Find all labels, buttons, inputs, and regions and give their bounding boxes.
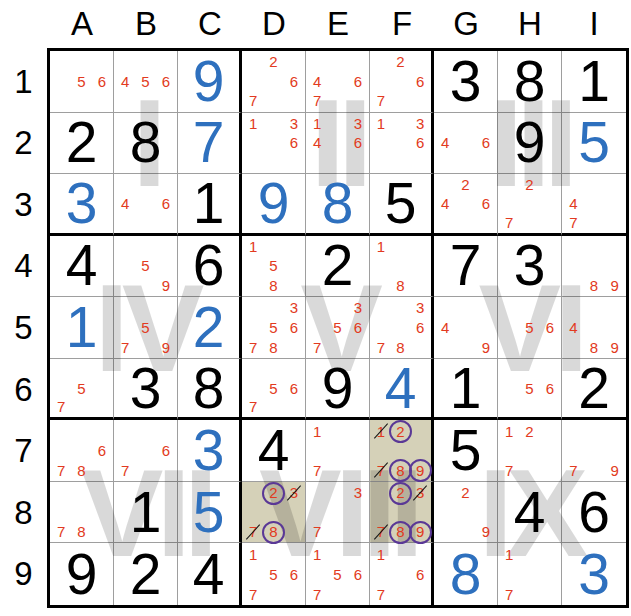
candidate-slot-empty [284,360,304,379]
candidate-E9-7[interactable]: 7 [307,584,327,604]
candidate-D5-8[interactable]: 8 [263,337,283,357]
candidate-B4-9[interactable]: 9 [156,276,176,296]
candidate-slot-empty [540,397,560,416]
candidate-E5-3[interactable]: 3 [348,298,368,318]
candidate-I5-8[interactable]: 8 [584,337,605,357]
candidate-grid-I3: 47 [563,175,625,232]
cell-G7[interactable]: 5 [434,420,498,482]
candidate-slot-empty [455,522,475,542]
cell-E8[interactable]: 37 [306,482,370,544]
candidate-A1-5[interactable]: 5 [71,72,91,92]
cell-D4[interactable]: 158 [242,236,306,298]
candidate-slot-empty [135,91,155,111]
candidate-slot-empty [540,441,560,461]
candidate-F7-8[interactable]: 8 [391,460,411,480]
candidate-slot-empty [115,52,135,72]
candidate-D5-7[interactable]: 7 [243,337,263,357]
cell-value-D7: 4 [242,420,305,481]
cell-F9[interactable]: 167 [370,543,434,605]
candidate-slot-empty [563,337,584,357]
cell-F8[interactable]: 23789 [370,482,434,544]
candidate-grid-H9: 17 [499,544,560,604]
candidate-H5-6[interactable]: 6 [540,318,560,338]
candidate-E7-7[interactable]: 7 [307,460,327,480]
cell-value-I9: 3 [562,543,626,605]
cell-C5[interactable]: 2 [178,297,242,359]
candidate-D2-6[interactable]: 6 [284,133,304,153]
candidate-grid-D2: 136 [243,114,304,173]
candidate-E1-7[interactable]: 7 [307,91,327,111]
cell-A5[interactable]: 1 [50,297,114,359]
candidate-A7-8[interactable]: 8 [71,460,91,480]
cell-H8[interactable]: 4 [498,482,562,544]
candidate-E9-5[interactable]: 5 [327,564,347,584]
cell-G6[interactable]: 1 [434,359,498,421]
candidate-B1-5[interactable]: 5 [135,72,155,92]
candidate-slot-empty [455,318,475,338]
candidate-G3-2[interactable]: 2 [455,175,475,194]
cell-H5[interactable]: 56 [498,297,562,359]
candidate-I3-4[interactable]: 4 [563,194,584,213]
candidate-E9-6[interactable]: 6 [348,564,368,584]
candidate-F8-2[interactable]: 2 [391,483,411,503]
cell-F4[interactable]: 18 [370,236,434,298]
cell-C4[interactable]: 6 [178,236,242,298]
candidate-D8-3[interactable]: 3 [284,483,304,503]
cell-I7[interactable]: 79 [562,420,626,482]
candidate-H7-1[interactable]: 1 [499,421,519,441]
candidate-D1-7[interactable]: 7 [243,91,263,111]
candidate-slot-empty [263,502,283,522]
candidate-E1-6[interactable]: 6 [348,72,368,92]
cell-B9[interactable]: 2 [114,543,178,605]
cell-B3[interactable]: 46 [114,174,178,236]
candidate-H6-6[interactable]: 6 [540,379,560,398]
candidate-grid-H3: 27 [499,175,560,232]
cell-H1[interactable]: 8 [498,51,562,113]
candidate-slot-empty [455,153,475,173]
cell-value-B6: 3 [114,359,177,418]
candidate-slot-empty [410,584,430,604]
candidate-B5-7[interactable]: 7 [115,337,135,357]
cell-H2[interactable]: 9 [498,113,562,175]
candidate-F7-1[interactable]: 1 [371,421,391,441]
cell-E7[interactable]: 17 [306,420,370,482]
candidate-I5-4[interactable]: 4 [563,318,584,338]
candidate-grid-B1: 456 [115,52,176,111]
candidate-F1-2[interactable]: 2 [391,52,411,72]
candidate-H3-2[interactable]: 2 [519,175,539,194]
candidate-D4-1[interactable]: 1 [243,237,263,257]
candidate-slot-empty [156,318,176,338]
candidate-slot-empty [51,441,71,461]
candidate-A1-6[interactable]: 6 [92,72,112,92]
cell-I5[interactable]: 489 [562,297,626,359]
candidate-B5-5[interactable]: 5 [135,318,155,338]
candidate-H7-2[interactable]: 2 [519,421,539,441]
candidate-B5-9[interactable]: 9 [156,337,176,357]
candidate-slot-empty [327,298,347,318]
candidate-E8-7[interactable]: 7 [307,522,327,542]
candidate-slot-empty [284,337,304,357]
cell-D3[interactable]: 9 [242,174,306,236]
cell-D6[interactable]: 567 [242,359,306,421]
cell-F1[interactable]: 267 [370,51,434,113]
candidate-D8-8[interactable]: 8 [263,522,283,542]
column-label-d: D [242,0,306,48]
candidate-E9-1[interactable]: 1 [307,544,327,564]
candidate-slot-empty [540,544,560,564]
cell-E6[interactable]: 9 [306,359,370,421]
candidate-D6-5[interactable]: 5 [263,379,283,398]
cell-E2[interactable]: 1346 [306,113,370,175]
candidate-F8-3[interactable]: 3 [410,483,430,503]
candidate-slot-empty [71,441,91,461]
candidate-circle-icon [262,482,285,505]
candidate-slot-empty [391,544,411,564]
candidate-slot-empty [307,298,327,318]
candidate-slot-empty [519,441,539,461]
cell-G5[interactable]: 49 [434,297,498,359]
cell-C2[interactable]: 7 [178,113,242,175]
cell-A1[interactable]: 56 [50,51,114,113]
candidate-slot-empty [243,298,263,318]
cell-value-G9: 8 [434,543,497,605]
candidate-E2-1[interactable]: 1 [307,114,327,134]
candidate-slot-empty [371,153,391,173]
candidate-grid-F9: 167 [371,544,430,604]
candidate-slot-empty [51,379,71,398]
candidate-slot-empty [410,441,430,461]
cell-D9[interactable]: 1567 [242,543,306,605]
candidate-F1-7[interactable]: 7 [371,91,391,111]
candidate-B3-6[interactable]: 6 [156,194,176,213]
cell-B5[interactable]: 579 [114,297,178,359]
cell-A3[interactable]: 3 [50,174,114,236]
cell-I6[interactable]: 2 [562,359,626,421]
cell-E9[interactable]: 1567 [306,543,370,605]
candidate-G5-9[interactable]: 9 [476,337,496,357]
cell-A6[interactable]: 57 [50,359,114,421]
candidate-grid-I5: 489 [563,298,625,357]
candidate-H3-7[interactable]: 7 [499,213,519,232]
candidate-slot-empty [348,421,368,441]
candidate-E2-3[interactable]: 3 [348,114,368,134]
candidate-E2-6[interactable]: 6 [348,133,368,153]
candidate-slot-empty [92,460,112,480]
cell-H4[interactable]: 3 [498,236,562,298]
candidate-I5-9[interactable]: 9 [604,337,625,357]
candidate-slot-empty [92,421,112,441]
candidate-F4-1[interactable]: 1 [371,237,391,257]
cell-C3[interactable]: 1 [178,174,242,236]
cell-value-A2: 2 [50,113,113,174]
cell-G1[interactable]: 3 [434,51,498,113]
cell-F2[interactable]: 136 [370,113,434,175]
candidate-slot-empty [263,544,283,564]
candidate-D1-6[interactable]: 6 [284,72,304,92]
cell-H3[interactable]: 27 [498,174,562,236]
candidate-A7-7[interactable]: 7 [51,460,71,480]
candidate-slot-empty [327,153,347,173]
candidate-E2-4[interactable]: 4 [307,133,327,153]
candidate-slot-empty [563,175,584,194]
candidate-E8-3[interactable]: 3 [348,483,368,503]
candidate-I7-9[interactable]: 9 [604,460,625,480]
candidate-A6-7[interactable]: 7 [51,397,71,416]
candidate-circle-icon [389,482,412,505]
candidate-grid-D1: 267 [243,52,304,111]
candidate-A8-8[interactable]: 8 [71,522,91,542]
candidate-slot-empty [410,256,430,276]
candidate-slot-empty [307,318,327,338]
cell-D7[interactable]: 4 [242,420,306,482]
candidate-slot-empty [243,133,263,153]
candidate-F2-6[interactable]: 6 [410,133,430,153]
cell-A9[interactable]: 9 [50,543,114,605]
cell-A7[interactable]: 678 [50,420,114,482]
cell-E3[interactable]: 8 [306,174,370,236]
candidate-D5-3[interactable]: 3 [284,298,304,318]
candidate-G8-9[interactable]: 9 [476,522,496,542]
candidate-slot-empty [71,52,91,72]
cell-E4[interactable]: 2 [306,236,370,298]
cell-value-E6: 9 [306,359,369,418]
candidate-slot-empty [604,256,625,276]
candidate-G3-6[interactable]: 6 [476,194,496,213]
candidate-circle-icon [262,521,285,544]
candidate-grid-F5: 3678 [371,298,430,357]
candidate-slot-empty [604,421,625,441]
candidate-slot-empty [327,72,347,92]
cell-B7[interactable]: 67 [114,420,178,482]
cell-value-C5: 2 [178,297,239,358]
candidate-slot-empty [584,318,605,338]
candidate-E1-4[interactable]: 4 [307,72,327,92]
candidate-D2-1[interactable]: 1 [243,114,263,134]
candidate-B1-4[interactable]: 4 [115,72,135,92]
candidate-grid-H6: 56 [499,360,560,417]
candidate-I4-8[interactable]: 8 [584,276,605,296]
cell-value-H1: 8 [498,51,561,112]
cell-C1[interactable]: 9 [178,51,242,113]
candidate-H7-7[interactable]: 7 [499,460,519,480]
candidate-F7-9[interactable]: 9 [410,460,430,480]
candidate-I4-9[interactable]: 9 [604,276,625,296]
candidate-D5-6[interactable]: 6 [284,318,304,338]
candidate-F5-3[interactable]: 3 [410,298,430,318]
cell-F6[interactable]: 4 [370,359,434,421]
candidate-A7-6[interactable]: 6 [92,441,112,461]
cell-F3[interactable]: 5 [370,174,434,236]
candidate-B4-5[interactable]: 5 [135,256,155,276]
cell-B1[interactable]: 456 [114,51,178,113]
candidate-slot-empty [455,298,475,318]
candidate-F7-7[interactable]: 7 [371,460,391,480]
cell-G8[interactable]: 29 [434,482,498,544]
cell-A4[interactable]: 4 [50,236,114,298]
candidate-A6-5[interactable]: 5 [71,379,91,398]
candidate-F5-6[interactable]: 6 [410,318,430,338]
candidate-F9-7[interactable]: 7 [371,584,391,604]
cell-H9[interactable]: 17 [498,543,562,605]
candidate-E7-1[interactable]: 1 [307,421,327,441]
candidate-H6-5[interactable]: 5 [519,379,539,398]
cell-value-B8: 1 [114,482,177,543]
candidate-D8-7[interactable]: 7 [243,522,263,542]
candidate-slot-empty [476,318,496,338]
candidate-slot-empty [327,502,347,522]
cell-G4[interactable]: 7 [434,236,498,298]
cell-E1[interactable]: 467 [306,51,370,113]
cell-D8[interactable]: 2378 [242,482,306,544]
column-label-f: F [370,0,434,48]
cell-H6[interactable]: 56 [498,359,562,421]
candidate-H5-5[interactable]: 5 [519,318,539,338]
candidate-slot-empty [476,175,496,194]
candidate-slot-empty [584,213,605,232]
candidate-H9-1[interactable]: 1 [499,544,519,564]
candidate-D9-7[interactable]: 7 [243,584,263,604]
cell-C8[interactable]: 5 [178,482,242,544]
candidate-D6-6[interactable]: 6 [284,379,304,398]
cell-D5[interactable]: 35678 [242,297,306,359]
candidate-B1-6[interactable]: 6 [156,72,176,92]
cell-E5[interactable]: 3567 [306,297,370,359]
candidate-D2-3[interactable]: 3 [284,114,304,134]
candidate-D9-6[interactable]: 6 [284,564,304,584]
candidate-B3-4[interactable]: 4 [115,194,135,213]
candidate-slot-empty [135,276,155,296]
candidate-F2-3[interactable]: 3 [410,114,430,134]
candidate-slot-empty [92,483,112,503]
cell-G2[interactable]: 46 [434,113,498,175]
cell-C7[interactable]: 3 [178,420,242,482]
candidate-F9-6[interactable]: 6 [410,564,430,584]
candidate-G8-2[interactable]: 2 [455,483,475,503]
candidate-strike-icon [374,423,388,439]
candidate-G2-4[interactable]: 4 [435,133,455,153]
candidate-slot-empty [263,153,283,173]
candidate-slot-empty [410,276,430,296]
cell-B8[interactable]: 1 [114,482,178,544]
cell-G9[interactable]: 8 [434,543,498,605]
candidate-H9-7[interactable]: 7 [499,584,519,604]
candidate-G3-4[interactable]: 4 [435,194,455,213]
cell-value-B2: 8 [114,113,177,174]
candidate-F8-7[interactable]: 7 [371,522,391,542]
cell-I4[interactable]: 89 [562,236,626,298]
candidate-D9-5[interactable]: 5 [263,564,283,584]
candidate-F5-8[interactable]: 8 [391,337,411,357]
candidate-D4-5[interactable]: 5 [263,256,283,276]
cell-D1[interactable]: 267 [242,51,306,113]
candidate-slot-empty [243,483,263,503]
cell-B2[interactable]: 8 [114,113,178,175]
cell-A8[interactable]: 78 [50,482,114,544]
candidate-B7-6[interactable]: 6 [156,441,176,461]
candidate-F8-9[interactable]: 9 [410,522,430,542]
candidate-E5-6[interactable]: 6 [348,318,368,338]
candidate-grid-I4: 89 [563,237,625,296]
cell-F7[interactable]: 12789 [370,420,434,482]
cell-I1[interactable]: 1 [562,51,626,113]
candidate-slot-empty [540,460,560,480]
candidate-slot-empty [519,584,539,604]
candidate-E5-5[interactable]: 5 [327,318,347,338]
candidate-slot-empty [307,502,327,522]
cell-H7[interactable]: 127 [498,420,562,482]
candidate-slot-empty [604,298,625,318]
candidate-slot-empty [519,337,539,357]
candidate-F9-1[interactable]: 1 [371,544,391,564]
candidate-G2-6[interactable]: 6 [476,133,496,153]
candidate-slot-empty [156,91,176,111]
candidate-slot-empty [348,337,368,357]
cell-C6[interactable]: 8 [178,359,242,421]
cell-value-E4: 2 [306,236,369,297]
cell-F5[interactable]: 3678 [370,297,434,359]
candidate-F1-6[interactable]: 6 [410,72,430,92]
cell-B4[interactable]: 59 [114,236,178,298]
candidate-I3-7[interactable]: 7 [563,213,584,232]
candidate-D8-2[interactable]: 2 [263,483,283,503]
candidate-slot-empty [540,194,560,213]
cell-I2[interactable]: 5 [562,113,626,175]
cell-C9[interactable]: 4 [178,543,242,605]
candidate-D9-1[interactable]: 1 [243,544,263,564]
candidate-D5-5[interactable]: 5 [263,318,283,338]
candidate-slot-empty [307,441,327,461]
candidate-G5-4[interactable]: 4 [435,318,455,338]
cell-D2[interactable]: 136 [242,113,306,175]
candidate-I7-7[interactable]: 7 [563,460,584,480]
candidate-grid-D6: 567 [243,360,304,417]
candidate-F4-8[interactable]: 8 [391,276,411,296]
candidate-D1-2[interactable]: 2 [263,52,283,72]
candidate-E5-7[interactable]: 7 [307,337,327,357]
cell-value-H8: 4 [498,482,561,543]
candidate-slot-empty [499,360,519,379]
candidate-slot-empty [584,194,605,213]
candidate-D4-8[interactable]: 8 [263,276,283,296]
candidate-A8-7[interactable]: 7 [51,522,71,542]
candidate-slot-empty [584,175,605,194]
cell-I3[interactable]: 47 [562,174,626,236]
candidate-F8-8[interactable]: 8 [391,522,411,542]
candidate-D6-7[interactable]: 7 [243,397,263,416]
candidate-slot-empty [307,153,327,173]
candidate-slot-empty [435,114,455,134]
cell-A2[interactable]: 2 [50,113,114,175]
candidate-B7-7[interactable]: 7 [115,460,135,480]
candidate-slot-empty [371,502,391,522]
cell-B6[interactable]: 3 [114,359,178,421]
cell-I8[interactable]: 6 [562,482,626,544]
candidate-F5-7[interactable]: 7 [371,337,391,357]
candidate-slot-empty [519,194,539,213]
cell-I9[interactable]: 3 [562,543,626,605]
candidate-slot-empty [499,441,519,461]
candidate-F7-2[interactable]: 2 [391,421,411,441]
candidate-F2-1[interactable]: 1 [371,114,391,134]
candidate-slot-empty [519,544,539,564]
candidate-slot-empty [371,133,391,153]
column-label-a: A [50,0,114,48]
candidate-slot-empty [519,213,539,232]
candidate-slot-empty [371,483,391,503]
cell-G3[interactable]: 246 [434,174,498,236]
